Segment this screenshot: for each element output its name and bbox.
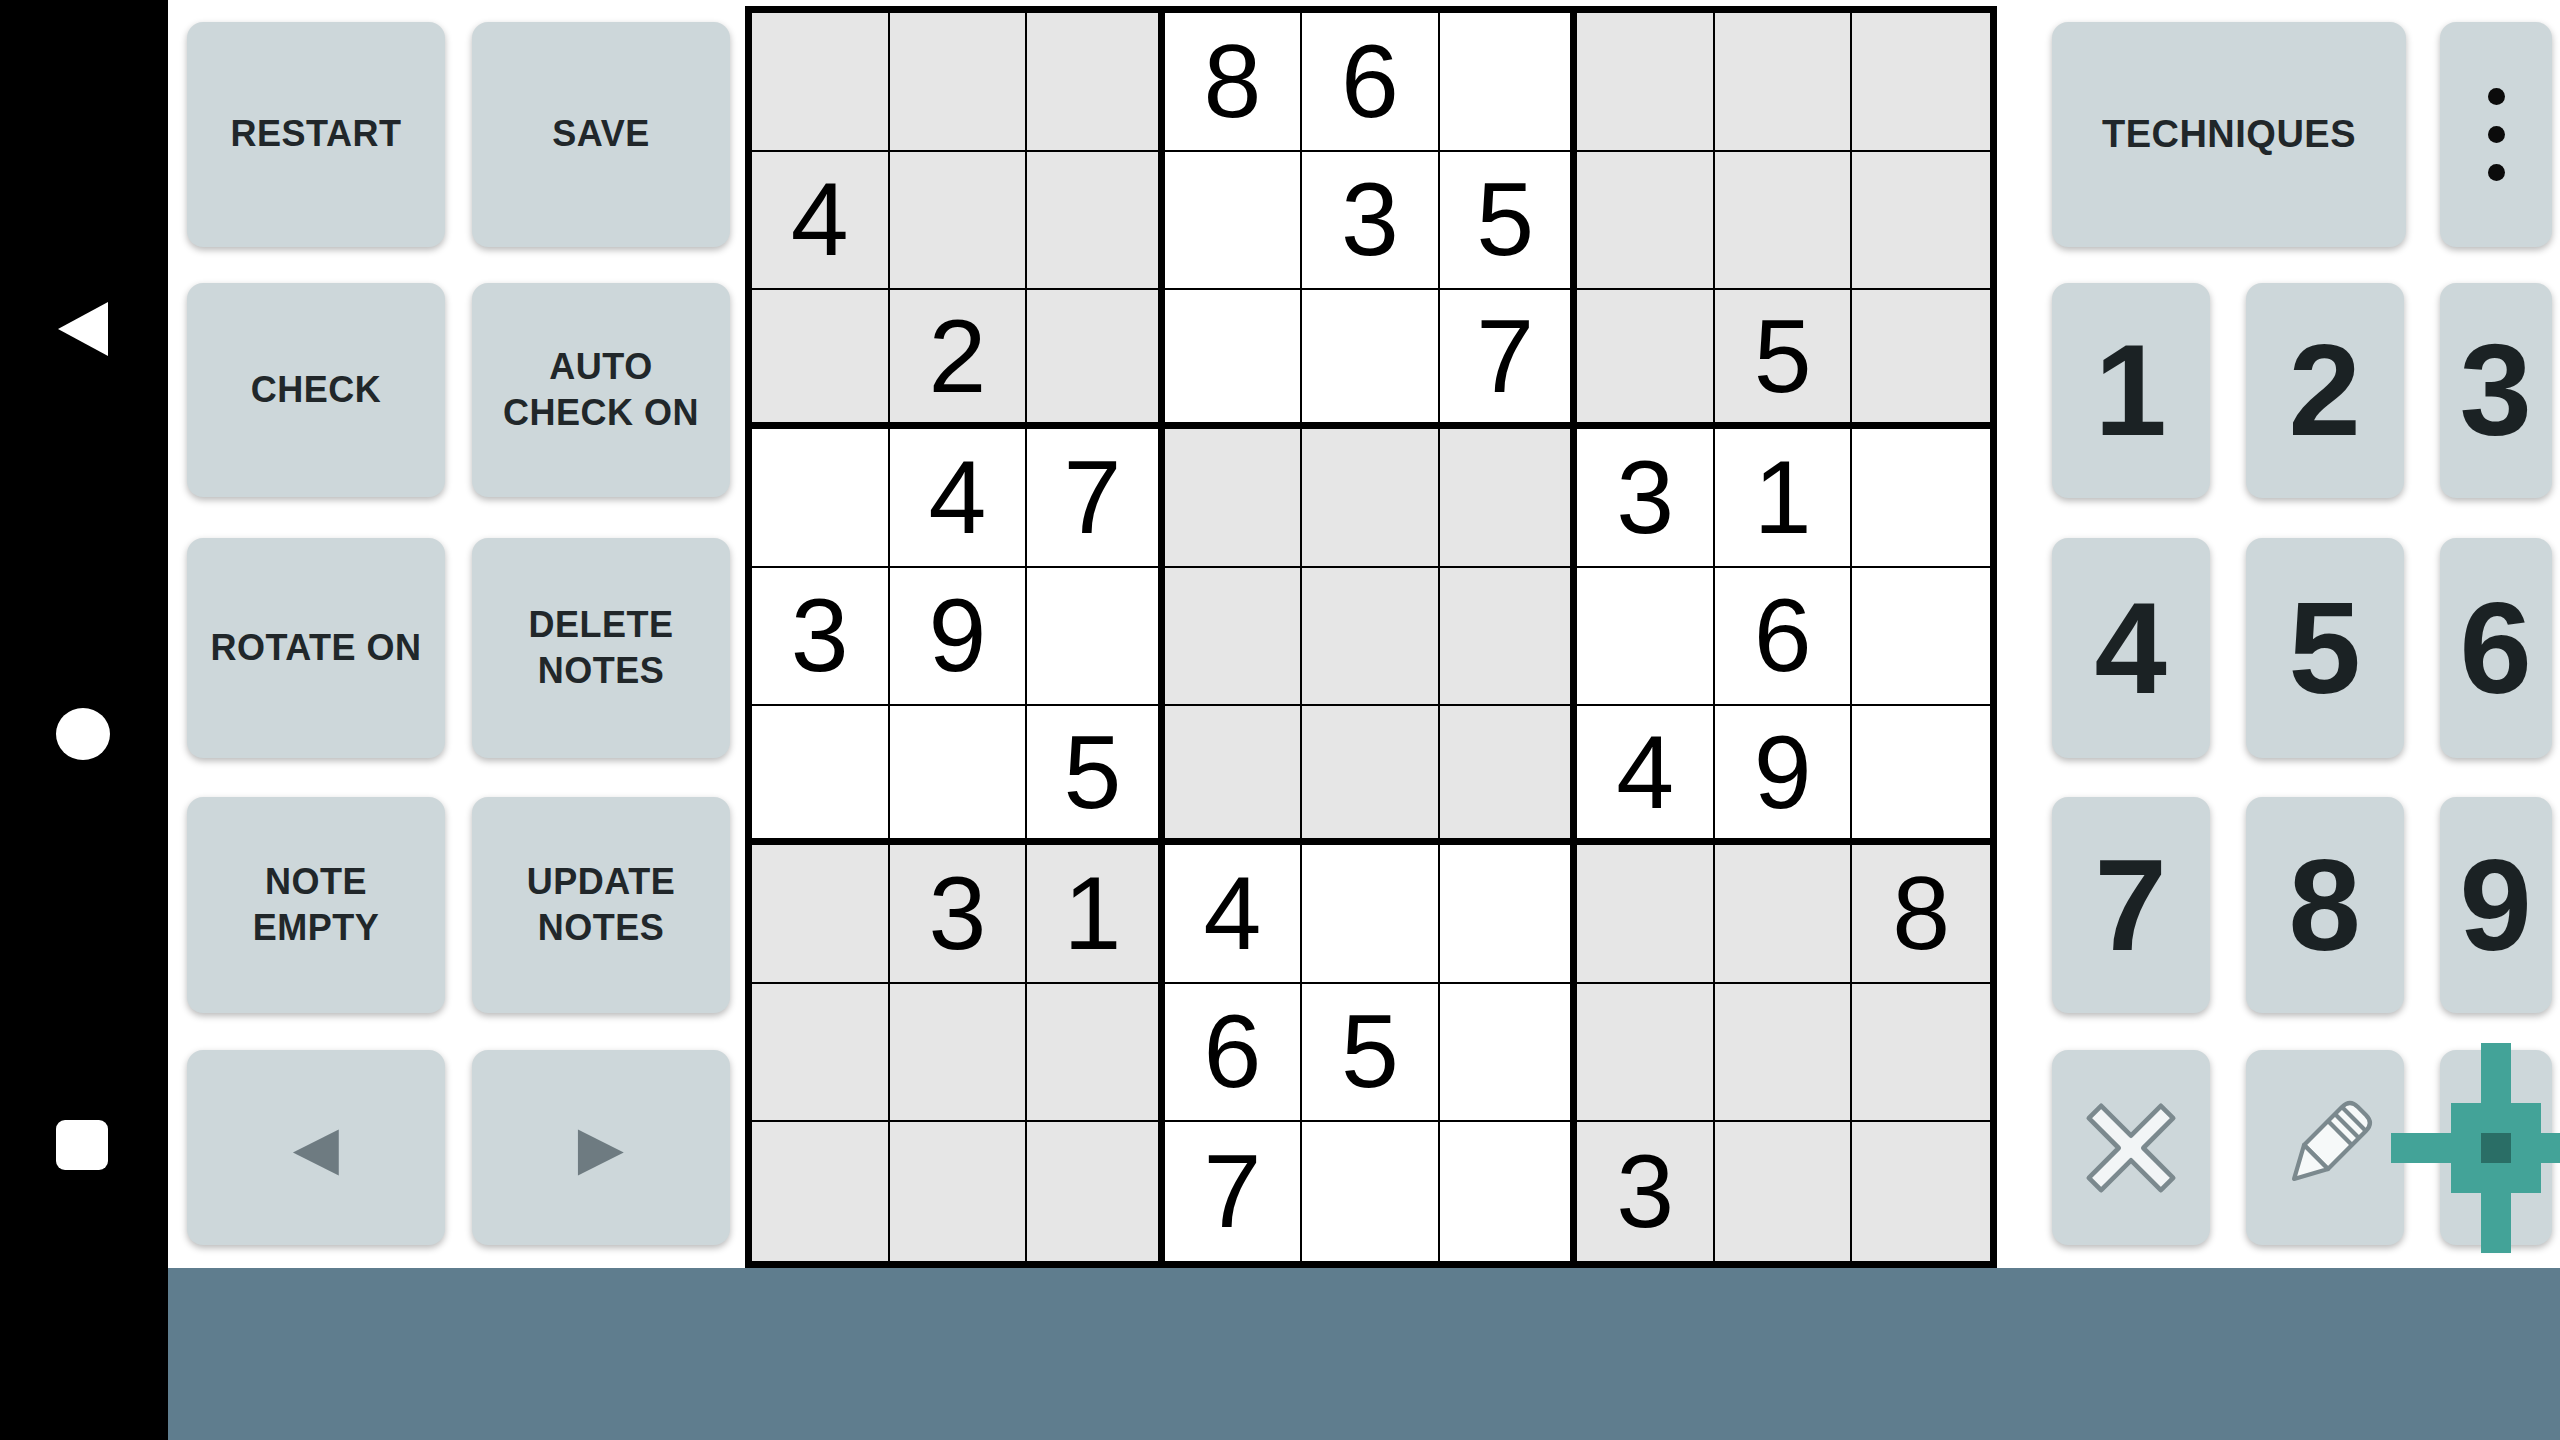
numpad-5-button[interactable]: 5 [2246, 538, 2404, 758]
delete-notes-button[interactable]: DELETE NOTES [472, 538, 730, 758]
sudoku-cell-r1c1[interactable] [752, 13, 890, 152]
back-icon[interactable] [58, 302, 108, 356]
sudoku-cell-r1c9[interactable] [1852, 13, 1990, 152]
sudoku-cell-r8c5[interactable]: 5 [1302, 984, 1440, 1123]
sudoku-cell-r5c5[interactable] [1302, 568, 1440, 707]
right-arrow-icon: ▶ [578, 1109, 625, 1186]
sudoku-cell-r5c6[interactable] [1440, 568, 1578, 707]
sudoku-cell-r8c2[interactable] [890, 984, 1028, 1123]
sudoku-cell-r4c3[interactable]: 7 [1027, 429, 1165, 568]
kebab-menu-icon [2488, 88, 2505, 181]
sudoku-cell-r3c9[interactable] [1852, 290, 1990, 429]
numpad-6-button[interactable]: 6 [2440, 538, 2552, 758]
next-button[interactable]: ▶ [472, 1050, 730, 1245]
sudoku-cell-r6c3[interactable]: 5 [1027, 706, 1165, 845]
note-empty-button[interactable]: NOTE EMPTY [187, 797, 445, 1013]
save-button[interactable]: SAVE [472, 22, 730, 247]
sudoku-cell-r3c7[interactable] [1577, 290, 1715, 429]
sudoku-cell-r5c3[interactable] [1027, 568, 1165, 707]
sudoku-cell-r9c4[interactable]: 7 [1165, 1122, 1303, 1261]
sudoku-cell-r3c5[interactable] [1302, 290, 1440, 429]
sudoku-cell-r8c4[interactable]: 6 [1165, 984, 1303, 1123]
sudoku-cell-r8c9[interactable] [1852, 984, 1990, 1123]
sudoku-cell-r2c6[interactable]: 5 [1440, 152, 1578, 291]
bottom-status-bar [168, 1268, 2560, 1440]
sudoku-cell-r3c4[interactable] [1165, 290, 1303, 429]
auto-check-toggle-button[interactable]: AUTO CHECK ON [472, 283, 730, 497]
sudoku-cell-r7c3[interactable]: 1 [1027, 845, 1165, 984]
left-arrow-icon: ◀ [293, 1109, 340, 1186]
sudoku-cell-r9c1[interactable] [752, 1122, 890, 1261]
numpad-3-button[interactable]: 3 [2440, 283, 2552, 498]
rotate-toggle-button[interactable]: ROTATE ON [187, 538, 445, 758]
sudoku-cell-r6c7[interactable]: 4 [1577, 706, 1715, 845]
sudoku-cell-r2c2[interactable] [890, 152, 1028, 291]
numpad-2-button[interactable]: 2 [2246, 283, 2404, 498]
clear-cell-button[interactable] [2052, 1050, 2210, 1245]
sudoku-cell-r3c8[interactable]: 5 [1715, 290, 1853, 429]
sudoku-cell-r4c6[interactable] [1440, 429, 1578, 568]
sudoku-cell-r8c3[interactable] [1027, 984, 1165, 1123]
prev-button[interactable]: ◀ [187, 1050, 445, 1245]
sudoku-cell-r6c1[interactable] [752, 706, 890, 845]
sudoku-cell-r6c9[interactable] [1852, 706, 1990, 845]
android-nav-bar [0, 0, 168, 1440]
restart-button[interactable]: RESTART [187, 22, 445, 247]
sudoku-cell-r8c1[interactable] [752, 984, 890, 1123]
check-button[interactable]: CHECK [187, 283, 445, 497]
sudoku-cell-r1c6[interactable] [1440, 13, 1578, 152]
sudoku-cell-r2c7[interactable] [1577, 152, 1715, 291]
sudoku-cell-r6c5[interactable] [1302, 706, 1440, 845]
sudoku-cell-r5c1[interactable]: 3 [752, 568, 890, 707]
sudoku-cell-r2c5[interactable]: 3 [1302, 152, 1440, 291]
sudoku-cell-r7c9[interactable]: 8 [1852, 845, 1990, 984]
x-cross-icon [2064, 1063, 2198, 1233]
sudoku-cell-r1c7[interactable] [1577, 13, 1715, 152]
sudoku-cell-r7c7[interactable] [1577, 845, 1715, 984]
sudoku-cell-r5c8[interactable]: 6 [1715, 568, 1853, 707]
sudoku-cell-r4c1[interactable] [752, 429, 890, 568]
sudoku-cell-r3c1[interactable] [752, 290, 890, 429]
pencil-icon [2258, 1058, 2392, 1238]
sudoku-cell-r4c4[interactable] [1165, 429, 1303, 568]
sudoku-cell-r9c8[interactable] [1715, 1122, 1853, 1261]
sudoku-cell-r7c8[interactable] [1715, 845, 1853, 984]
sudoku-cell-r5c4[interactable] [1165, 568, 1303, 707]
sudoku-cell-r6c4[interactable] [1165, 706, 1303, 845]
sudoku-cell-r8c8[interactable] [1715, 984, 1853, 1123]
sudoku-cell-r9c5[interactable] [1302, 1122, 1440, 1261]
sudoku-cell-r2c4[interactable] [1165, 152, 1303, 291]
numpad-9-button[interactable]: 9 [2440, 797, 2552, 1013]
sudoku-cell-r9c2[interactable] [890, 1122, 1028, 1261]
sudoku-cell-r1c4[interactable]: 8 [1165, 13, 1303, 152]
sudoku-cell-r2c8[interactable] [1715, 152, 1853, 291]
sudoku-cell-r2c1[interactable]: 4 [752, 152, 890, 291]
techniques-button[interactable]: TECHNIQUES [2052, 22, 2406, 247]
home-icon[interactable] [56, 708, 110, 760]
sudoku-cell-r3c2[interactable]: 2 [890, 290, 1028, 429]
sudoku-cell-r2c3[interactable] [1027, 152, 1165, 291]
sudoku-cell-r9c9[interactable] [1852, 1122, 1990, 1261]
numpad-8-button[interactable]: 8 [2246, 797, 2404, 1013]
teal-pixel-plus-icon [2391, 1043, 2560, 1253]
sudoku-cell-r4c9[interactable] [1852, 429, 1990, 568]
sudoku-cell-r9c3[interactable] [1027, 1122, 1165, 1261]
sudoku-cell-r5c9[interactable] [1852, 568, 1990, 707]
numpad-7-button[interactable]: 7 [2052, 797, 2210, 1013]
numpad-1-button[interactable]: 1 [2052, 283, 2210, 498]
sudoku-cell-r7c4[interactable]: 4 [1165, 845, 1303, 984]
sudoku-cell-r6c6[interactable] [1440, 706, 1578, 845]
sudoku-cell-r3c3[interactable] [1027, 290, 1165, 429]
sudoku-cell-r4c8[interactable]: 1 [1715, 429, 1853, 568]
sudoku-cell-r1c5[interactable]: 6 [1302, 13, 1440, 152]
sudoku-cell-r5c7[interactable] [1577, 568, 1715, 707]
sudoku-cell-r8c6[interactable] [1440, 984, 1578, 1123]
numpad-4-button[interactable]: 4 [2052, 538, 2210, 758]
sudoku-cell-r7c6[interactable] [1440, 845, 1578, 984]
sudoku-cell-r6c8[interactable]: 9 [1715, 706, 1853, 845]
sudoku-cell-r4c7[interactable]: 3 [1577, 429, 1715, 568]
sudoku-cell-r9c6[interactable] [1440, 1122, 1578, 1261]
sudoku-cell-r4c2[interactable]: 4 [890, 429, 1028, 568]
sudoku-cell-r7c2[interactable]: 3 [890, 845, 1028, 984]
menu-button[interactable] [2440, 22, 2552, 247]
pencil-notes-button[interactable] [2246, 1050, 2404, 1245]
sudoku-board: 86435275473139654931486573 [745, 6, 1997, 1268]
sudoku-cell-r8c7[interactable] [1577, 984, 1715, 1123]
sudoku-cell-r7c1[interactable] [752, 845, 890, 984]
sudoku-cell-r2c9[interactable] [1852, 152, 1990, 291]
sudoku-cell-r1c3[interactable] [1027, 13, 1165, 152]
sudoku-cell-r1c2[interactable] [890, 13, 1028, 152]
sudoku-cell-r9c7[interactable]: 3 [1577, 1122, 1715, 1261]
crosshair-plus-button[interactable] [2440, 1050, 2552, 1245]
sudoku-cell-r1c8[interactable] [1715, 13, 1853, 152]
sudoku-cell-r5c2[interactable]: 9 [890, 568, 1028, 707]
sudoku-cell-r4c5[interactable] [1302, 429, 1440, 568]
sudoku-cell-r3c6[interactable]: 7 [1440, 290, 1578, 429]
recents-icon[interactable] [56, 1120, 108, 1170]
update-notes-button[interactable]: UPDATE NOTES [472, 797, 730, 1013]
sudoku-cell-r6c2[interactable] [890, 706, 1028, 845]
sudoku-cell-r7c5[interactable] [1302, 845, 1440, 984]
